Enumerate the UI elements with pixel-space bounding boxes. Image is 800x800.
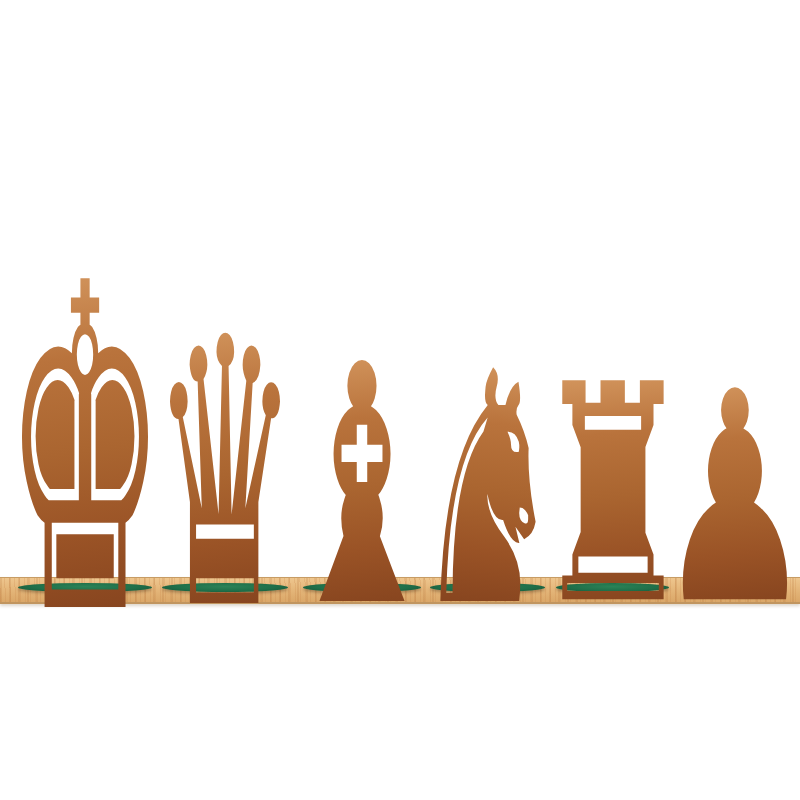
chess-piece-lineup-scene: ♚ ♛ ♝ ♞ ♜ ♟ — [0, 0, 800, 800]
chess-piece-pawn: ♟ — [648, 354, 800, 644]
